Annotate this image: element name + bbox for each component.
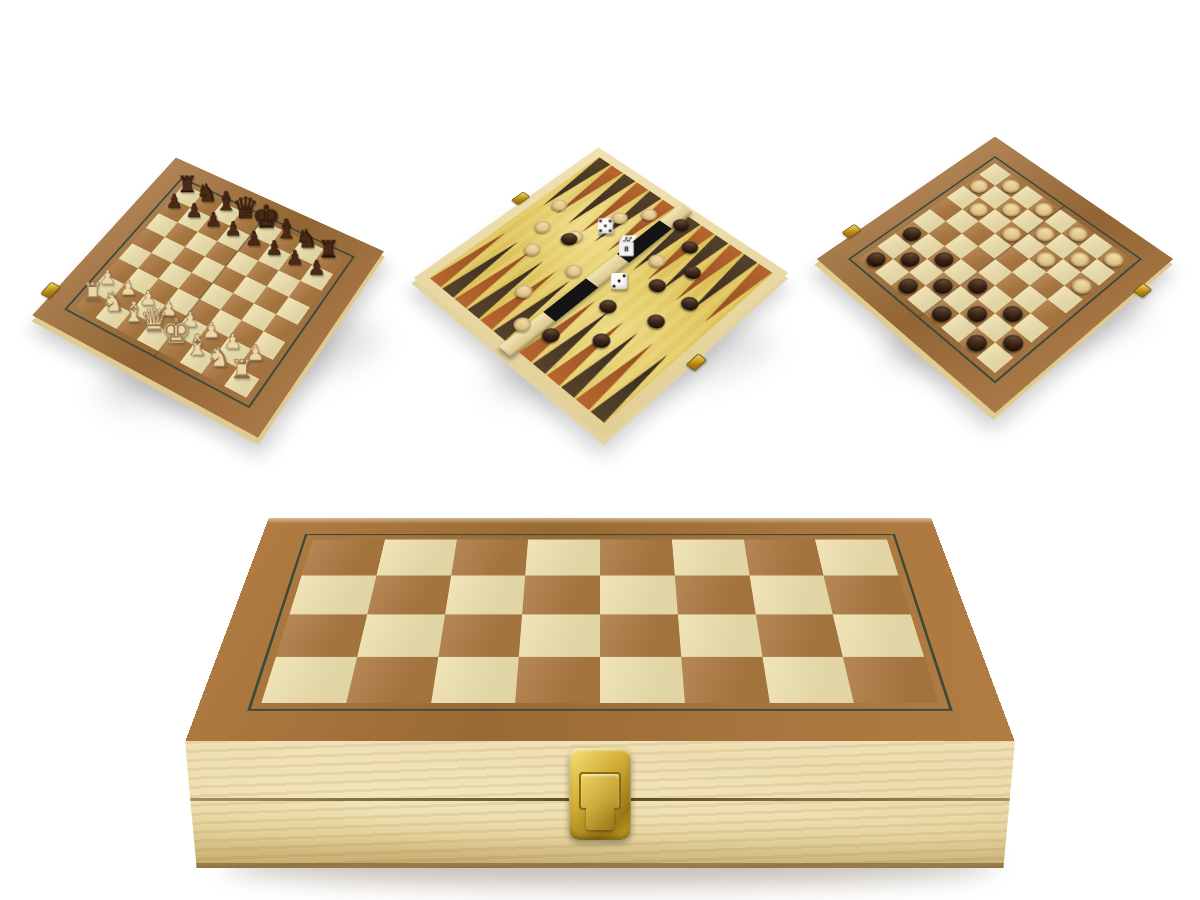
box-top-square xyxy=(261,657,357,703)
box-base-edge xyxy=(185,863,1015,868)
backgammon-checker-dark[interactable] xyxy=(678,294,703,313)
box-top-square xyxy=(678,614,762,656)
checkers-man-light[interactable] xyxy=(1065,224,1091,244)
die-pip xyxy=(599,219,602,222)
box-top-square xyxy=(600,575,678,614)
box-top-square xyxy=(346,657,438,703)
box-top-square xyxy=(681,657,769,703)
backgammon-checker-light[interactable] xyxy=(520,241,544,259)
checkers-man-dark[interactable] xyxy=(863,249,890,270)
latch-hook xyxy=(586,804,614,830)
die-pip xyxy=(609,229,612,232)
box-top-square xyxy=(515,657,600,703)
brass-clasp-icon xyxy=(842,224,862,239)
checkers-man-dark[interactable] xyxy=(897,249,924,270)
die-face xyxy=(611,272,627,288)
box-top-square xyxy=(600,540,675,576)
backgammon-checker-dark[interactable] xyxy=(595,297,620,316)
box-top-square xyxy=(519,614,600,656)
checkers-man-light[interactable] xyxy=(1068,275,1095,297)
backgammon-bar xyxy=(499,204,692,357)
box-top-square xyxy=(431,657,519,703)
die-pip xyxy=(599,229,602,232)
box-top-square xyxy=(600,657,685,703)
box-top-square xyxy=(672,540,749,576)
product-photo-canvas: ♜♞♝♛♚♝♞♜♟♟♟♟♟♟♟♟♟♟♟♟♟♟♟♟♜♞♝♛♚♝♞♜ 328 xyxy=(0,0,1200,900)
checkers-man-light[interactable] xyxy=(998,224,1024,244)
brass-clasp-icon xyxy=(511,191,530,205)
checkers-man-dark[interactable] xyxy=(899,224,925,244)
backgammon-checker-light[interactable] xyxy=(562,262,586,280)
box-top-square xyxy=(843,657,939,703)
box-top-square xyxy=(762,657,854,703)
checkers-man-dark[interactable] xyxy=(999,302,1027,325)
box-top-square xyxy=(600,614,681,656)
checkers-man-light[interactable] xyxy=(998,177,1023,195)
checkers-man-light[interactable] xyxy=(1066,249,1093,270)
box-top-square xyxy=(743,540,823,576)
checkers-man-light[interactable] xyxy=(1031,200,1057,219)
box-top-square xyxy=(755,614,843,656)
box-top-square xyxy=(824,575,911,614)
box-top-square xyxy=(438,614,522,656)
box-top-square xyxy=(815,540,898,576)
box-top-square xyxy=(302,540,385,576)
bar-felt-pad xyxy=(543,278,598,322)
backgammon-checker-dark[interactable] xyxy=(644,311,669,331)
brass-hinge-icon xyxy=(1133,283,1152,298)
box-top-square xyxy=(833,614,924,656)
die-pip xyxy=(612,284,615,287)
checkers-man-dark[interactable] xyxy=(964,275,991,297)
closed-box-top xyxy=(185,518,1015,742)
checkers-man-light[interactable] xyxy=(1032,249,1059,270)
checkers-man-light[interactable] xyxy=(966,177,991,195)
box-top-square xyxy=(357,614,445,656)
die-pip xyxy=(609,219,612,222)
closed-box-top-squares xyxy=(261,540,938,703)
closed-box-view xyxy=(185,342,1015,742)
die-showing-3[interactable] xyxy=(611,272,627,288)
box-top-square xyxy=(525,540,600,576)
checkers-man-dark[interactable] xyxy=(895,275,922,297)
box-top-square xyxy=(675,575,756,614)
die-pip xyxy=(623,274,626,277)
box-top-square xyxy=(451,540,528,576)
closed-box-top-play-area xyxy=(247,534,953,711)
box-top-square xyxy=(289,575,376,614)
checkers-man-dark[interactable] xyxy=(963,302,991,325)
die-pip xyxy=(618,279,621,282)
die-showing-5[interactable] xyxy=(598,218,613,233)
chess-piece-dark-pawn[interactable]: ♟ xyxy=(297,258,337,278)
brass-latch-icon[interactable] xyxy=(562,748,638,850)
checkers-man-light[interactable] xyxy=(998,200,1024,219)
box-top-square xyxy=(276,614,367,656)
checkers-man-light[interactable] xyxy=(966,200,992,219)
box-top-square xyxy=(376,540,456,576)
checkers-man-dark[interactable] xyxy=(931,249,958,270)
box-top-square xyxy=(749,575,833,614)
box-top-square xyxy=(522,575,600,614)
box-top-square xyxy=(367,575,451,614)
box-top-square xyxy=(445,575,526,614)
checkers-man-light[interactable] xyxy=(1100,249,1127,270)
backgammon-checker-light[interactable] xyxy=(531,219,554,236)
brass-clasp-icon xyxy=(40,281,61,298)
die-face xyxy=(598,218,613,233)
checkers-man-dark[interactable] xyxy=(929,275,956,297)
backgammon-checker-light[interactable] xyxy=(645,252,669,270)
die-pip xyxy=(604,224,607,227)
